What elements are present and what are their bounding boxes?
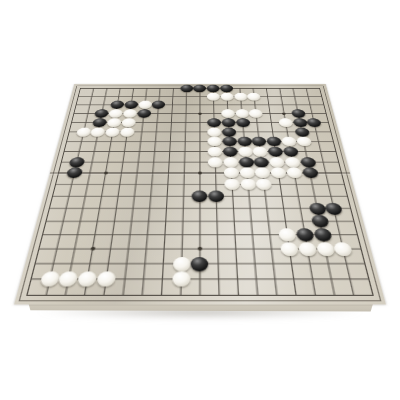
black-stone[interactable] [239,157,255,167]
black-stone[interactable] [236,118,250,127]
white-stone[interactable] [269,157,285,167]
hoshi-point [198,172,202,175]
white-stone[interactable] [221,109,235,117]
black-stone[interactable] [191,257,209,271]
white-stone[interactable] [208,157,223,167]
hoshi-point [198,112,202,114]
white-stone[interactable] [278,118,293,127]
black-stone[interactable] [268,147,284,157]
black-stone[interactable] [222,127,236,136]
black-stone[interactable] [220,85,233,93]
white-stone[interactable] [220,93,233,101]
white-stone[interactable] [235,109,249,117]
white-stone[interactable] [208,127,222,136]
white-stone[interactable] [238,147,253,157]
hoshi-point [103,172,107,175]
white-stone[interactable] [173,257,191,271]
white-stone[interactable] [207,93,220,101]
perspective-scene [50,23,350,323]
white-stone[interactable] [247,93,261,101]
black-stone[interactable] [223,147,238,157]
hoshi-point [282,112,286,114]
go-board-photo [0,0,400,400]
white-stone[interactable] [223,157,238,167]
white-stone[interactable] [284,157,300,167]
white-stone[interactable] [234,93,248,101]
black-stone[interactable] [222,118,236,127]
black-stone[interactable] [180,85,193,93]
black-stone[interactable] [207,118,221,127]
go-board[interactable] [14,84,386,304]
